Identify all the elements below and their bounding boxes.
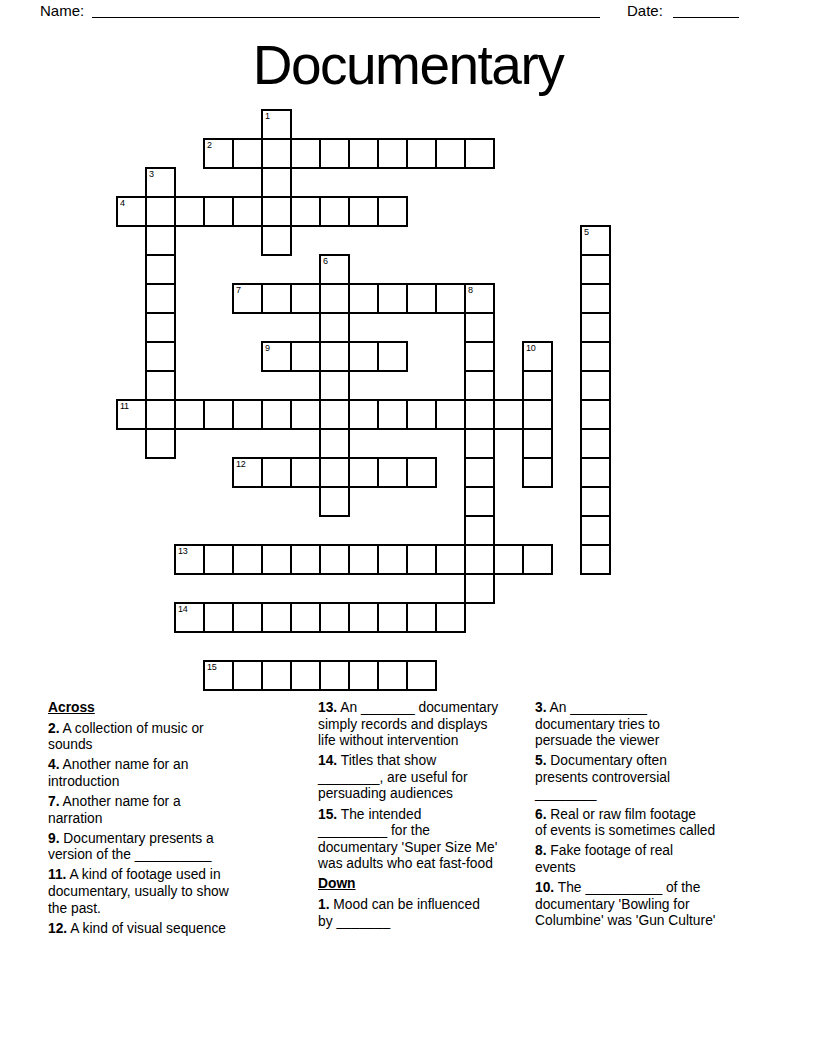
grid-cell-r8-c6[interactable] [290, 341, 321, 372]
grid-cell-r1-c8[interactable] [348, 138, 379, 169]
grid-cell-r15-c12[interactable] [464, 544, 495, 575]
grid-cell-r1-c5[interactable] [261, 138, 292, 169]
grid-cell-r16-c12[interactable] [464, 573, 495, 604]
down-heading: Down [318, 876, 526, 893]
grid-cell-r15-c4[interactable] [232, 544, 263, 575]
grid-cell-r9-c12[interactable] [464, 370, 495, 401]
clue-9: 9. Documentary presents a version of the… [48, 831, 310, 864]
grid-cell-r17-c6[interactable] [290, 602, 321, 633]
grid-cell-r12-c7[interactable] [319, 457, 350, 488]
grid-cell-r6-c1[interactable] [145, 283, 176, 314]
clue-number-label: 3. [535, 700, 547, 715]
clue-1: 1. Mood can be influenced by _______ [318, 897, 526, 930]
grid-cell-r6-c4[interactable] [232, 283, 263, 314]
grid-cell-r10-c9[interactable] [377, 399, 408, 430]
clue-5: 5. Documentary often presents controvers… [535, 753, 775, 803]
grid-cell-r14-c16[interactable] [580, 515, 611, 546]
grid-cell-r17-c3[interactable] [203, 602, 234, 633]
grid-cell-r7-c7[interactable] [319, 312, 350, 343]
grid-cell-r1-c3[interactable] [203, 138, 234, 169]
grid-cell-r5-c7[interactable] [319, 254, 350, 285]
grid-cell-r4-c1[interactable] [145, 225, 176, 256]
grid-cell-r4-c5[interactable] [261, 225, 292, 256]
grid-cell-r7-c16[interactable] [580, 312, 611, 343]
grid-cell-r4-c16[interactable] [580, 225, 611, 256]
grid-cell-r10-c2[interactable] [174, 399, 205, 430]
grid-cell-r8-c7[interactable] [319, 341, 350, 372]
grid-cell-r0-c5[interactable] [261, 109, 292, 140]
grid-cell-r3-c2[interactable] [174, 196, 205, 227]
grid-cell-r19-c4[interactable] [232, 660, 263, 691]
grid-cell-r15-c3[interactable] [203, 544, 234, 575]
grid-cell-r3-c8[interactable] [348, 196, 379, 227]
clue-number-label: 2. [48, 721, 60, 736]
grid-cell-r10-c4[interactable] [232, 399, 263, 430]
grid-cell-r12-c8[interactable] [348, 457, 379, 488]
grid-cell-r7-c1[interactable] [145, 312, 176, 343]
grid-cell-r19-c5[interactable] [261, 660, 292, 691]
grid-cell-r11-c1[interactable] [145, 428, 176, 459]
grid-cell-r15-c7[interactable] [319, 544, 350, 575]
grid-cell-r15-c2[interactable] [174, 544, 205, 575]
grid-cell-r7-c12[interactable] [464, 312, 495, 343]
clue-number-label: 15. [318, 807, 337, 822]
grid-cell-r19-c9[interactable] [377, 660, 408, 691]
page-title: Documentary [0, 35, 816, 95]
grid-cell-r5-c16[interactable] [580, 254, 611, 285]
clue-6: 6. Real or raw film footage of events is… [535, 807, 775, 840]
grid-cell-r12-c10[interactable] [406, 457, 437, 488]
grid-cell-r10-c16[interactable] [580, 399, 611, 430]
clue-15: 15. The intended _________ for the docum… [318, 807, 526, 873]
grid-cell-r3-c0[interactable] [116, 196, 147, 227]
grid-cell-r5-c1[interactable] [145, 254, 176, 285]
grid-cell-r12-c12[interactable] [464, 457, 495, 488]
grid-cell-r13-c7[interactable] [319, 486, 350, 517]
grid-cell-r19-c6[interactable] [290, 660, 321, 691]
date-blank-line[interactable] [673, 1, 739, 18]
grid-cell-r1-c12[interactable] [464, 138, 495, 169]
grid-cell-r6-c7[interactable] [319, 283, 350, 314]
grid-cell-r19-c10[interactable] [406, 660, 437, 691]
grid-cell-r3-c3[interactable] [203, 196, 234, 227]
grid-cell-r3-c5[interactable] [261, 196, 292, 227]
grid-cell-r9-c14[interactable] [522, 370, 553, 401]
grid-cell-r15-c6[interactable] [290, 544, 321, 575]
date-label: Date: [627, 2, 663, 20]
clue-14: 14. Titles that show ________, are usefu… [318, 753, 526, 803]
clue-column-2: 13. An _______ documentary simply record… [318, 700, 526, 934]
grid-cell-r6-c10[interactable] [406, 283, 437, 314]
grid-cell-r12-c14[interactable] [522, 457, 553, 488]
grid-cell-r17-c9[interactable] [377, 602, 408, 633]
grid-cell-r17-c5[interactable] [261, 602, 292, 633]
grid-cell-r1-c10[interactable] [406, 138, 437, 169]
clue-number-label: 14. [318, 753, 337, 768]
grid-cell-r1-c7[interactable] [319, 138, 350, 169]
grid-cell-r19-c8[interactable] [348, 660, 379, 691]
clue-number-label: 6. [535, 807, 547, 822]
grid-cell-r9-c16[interactable] [580, 370, 611, 401]
grid-cell-r9-c7[interactable] [319, 370, 350, 401]
grid-cell-r8-c9[interactable] [377, 341, 408, 372]
grid-cell-r8-c16[interactable] [580, 341, 611, 372]
grid-cell-r15-c5[interactable] [261, 544, 292, 575]
grid-cell-r14-c12[interactable] [464, 515, 495, 546]
grid-cell-r13-c12[interactable] [464, 486, 495, 517]
grid-cell-r6-c8[interactable] [348, 283, 379, 314]
across-heading: Across [48, 700, 310, 717]
grid-cell-r17-c7[interactable] [319, 602, 350, 633]
grid-cell-r11-c7[interactable] [319, 428, 350, 459]
worksheet-page: Name: Date: Documentary 1234567891011121… [0, 0, 816, 1056]
grid-cell-r3-c7[interactable] [319, 196, 350, 227]
grid-cell-r19-c7[interactable] [319, 660, 350, 691]
grid-cell-r17-c2[interactable] [174, 602, 205, 633]
grid-cell-r10-c0[interactable] [116, 399, 147, 430]
grid-cell-r10-c11[interactable] [435, 399, 466, 430]
grid-cell-r12-c6[interactable] [290, 457, 321, 488]
grid-cell-r8-c14[interactable] [522, 341, 553, 372]
grid-cell-r11-c16[interactable] [580, 428, 611, 459]
grid-cell-r8-c1[interactable] [145, 341, 176, 372]
grid-cell-r10-c5[interactable] [261, 399, 292, 430]
grid-cell-r2-c5[interactable] [261, 167, 292, 198]
grid-cell-r17-c8[interactable] [348, 602, 379, 633]
grid-cell-r10-c3[interactable] [203, 399, 234, 430]
grid-cell-r10-c6[interactable] [290, 399, 321, 430]
clue-number-label: 12. [48, 921, 67, 936]
crossword-grid: 123456789101112131415 [116, 109, 613, 693]
clue-3: 3. An __________ documentary tries to pe… [535, 700, 775, 750]
clue-number-label: 13. [318, 700, 337, 715]
grid-cell-r19-c3[interactable] [203, 660, 234, 691]
grid-cell-r13-c16[interactable] [580, 486, 611, 517]
grid-cell-r10-c8[interactable] [348, 399, 379, 430]
grid-cell-r6-c6[interactable] [290, 283, 321, 314]
grid-cell-r6-c16[interactable] [580, 283, 611, 314]
clue-column-3: 3. An __________ documentary tries to pe… [535, 700, 775, 933]
grid-cell-r10-c12[interactable] [464, 399, 495, 430]
clue-12: 12. A kind of visual sequence [48, 921, 310, 938]
grid-cell-r12-c16[interactable] [580, 457, 611, 488]
clue-number-label: 9. [48, 831, 60, 846]
clue-number-label: 1. [318, 897, 330, 912]
grid-cell-r3-c1[interactable] [145, 196, 176, 227]
clue-number-label: 5. [535, 753, 547, 768]
clue-11: 11. A kind of footage used in documentar… [48, 867, 310, 917]
grid-cell-r17-c10[interactable] [406, 602, 437, 633]
clue-7: 7. Another name for a narration [48, 794, 310, 827]
grid-cell-r2-c1[interactable] [145, 167, 176, 198]
grid-cell-r6-c5[interactable] [261, 283, 292, 314]
clue-number-label: 11. [48, 867, 66, 882]
clue-number-label: 7. [48, 794, 60, 809]
clue-column-1: Across2. A collection of music or sounds… [48, 700, 310, 941]
grid-cell-r12-c9[interactable] [377, 457, 408, 488]
grid-cell-r15-c10[interactable] [406, 544, 437, 575]
clue-8: 8. Fake footage of real events [535, 843, 775, 876]
clue-number-label: 4. [48, 757, 60, 772]
grid-cell-r3-c4[interactable] [232, 196, 263, 227]
clue-2: 2. A collection of music or sounds [48, 721, 310, 754]
grid-cell-r10-c14[interactable] [522, 399, 553, 430]
grid-cell-r12-c4[interactable] [232, 457, 263, 488]
grid-cell-r1-c11[interactable] [435, 138, 466, 169]
grid-cell-r10-c7[interactable] [319, 399, 350, 430]
grid-cell-r1-c4[interactable] [232, 138, 263, 169]
name-label: Name: [40, 2, 84, 20]
grid-cell-r17-c4[interactable] [232, 602, 263, 633]
clue-number-label: 8. [535, 843, 547, 858]
grid-cell-r10-c13[interactable] [493, 399, 524, 430]
grid-cell-r12-c5[interactable] [261, 457, 292, 488]
grid-cell-r11-c14[interactable] [522, 428, 553, 459]
name-blank-line[interactable] [92, 1, 600, 18]
clue-number-label: 10. [535, 880, 554, 895]
grid-cell-r10-c10[interactable] [406, 399, 437, 430]
grid-cell-r6-c9[interactable] [377, 283, 408, 314]
grid-cell-r8-c12[interactable] [464, 341, 495, 372]
grid-cell-r15-c14[interactable] [522, 544, 553, 575]
clue-4: 4. Another name for an introduction [48, 757, 310, 790]
grid-cell-r6-c12[interactable] [464, 283, 495, 314]
grid-cell-r9-c1[interactable] [145, 370, 176, 401]
grid-cell-r8-c5[interactable] [261, 341, 292, 372]
grid-cell-r6-c11[interactable] [435, 283, 466, 314]
grid-cell-r1-c6[interactable] [290, 138, 321, 169]
grid-cell-r15-c13[interactable] [493, 544, 524, 575]
grid-cell-r15-c9[interactable] [377, 544, 408, 575]
grid-cell-r10-c1[interactable] [145, 399, 176, 430]
clue-10: 10. The __________ of the documentary 'B… [535, 880, 775, 930]
grid-cell-r8-c8[interactable] [348, 341, 379, 372]
grid-cell-r15-c8[interactable] [348, 544, 379, 575]
clue-13: 13. An _______ documentary simply record… [318, 700, 526, 750]
grid-cell-r3-c6[interactable] [290, 196, 321, 227]
grid-cell-r3-c9[interactable] [377, 196, 408, 227]
grid-cell-r15-c16[interactable] [580, 544, 611, 575]
grid-cell-r15-c11[interactable] [435, 544, 466, 575]
grid-cell-r17-c11[interactable] [435, 602, 466, 633]
grid-cell-r11-c12[interactable] [464, 428, 495, 459]
grid-cell-r1-c9[interactable] [377, 138, 408, 169]
